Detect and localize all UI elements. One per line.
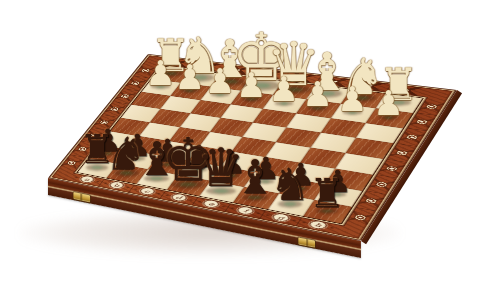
piece-white-pawn[interactable]: ♟ <box>174 59 205 93</box>
piece-black-rook[interactable]: ♜ <box>309 174 345 214</box>
brass-latch-right-icon <box>298 237 315 247</box>
file-label: f <box>237 206 255 215</box>
piece-white-pawn[interactable]: ♟ <box>337 81 368 115</box>
file-label: c <box>139 187 155 195</box>
piece-white-pawn[interactable]: ♟ <box>268 72 299 106</box>
piece-black-knight[interactable]: ♞ <box>270 163 310 208</box>
brass-latch-left-icon <box>73 192 90 202</box>
file-label: a <box>79 175 94 183</box>
file-label: g <box>272 213 290 222</box>
piece-white-pawn[interactable]: ♟ <box>373 86 404 120</box>
file-label: b <box>109 181 125 189</box>
file-label: d <box>170 193 187 201</box>
file-label: e <box>203 200 220 208</box>
chess-set-photo: abcdefgh ♜♞♝♚♛♝♞♜♟♟♟♟♟♟♟♟♟♟♟♟♟♟♟♟♜♞♝♚♛♝♞… <box>0 0 480 296</box>
piece-white-pawn[interactable]: ♟ <box>205 63 236 97</box>
file-label: h <box>309 220 328 229</box>
piece-white-pawn[interactable]: ♟ <box>236 67 267 101</box>
piece-white-pawn[interactable]: ♟ <box>145 55 176 89</box>
piece-white-pawn[interactable]: ♟ <box>302 76 333 110</box>
